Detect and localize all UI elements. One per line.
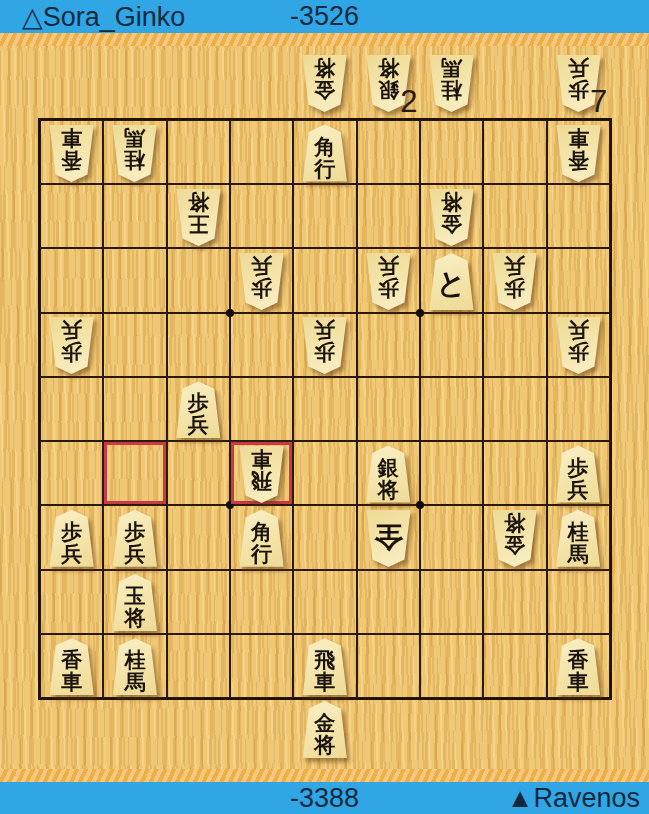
shogi-piece-歩兵[interactable]: 歩兵	[491, 253, 538, 310]
piece-kanji: 歩	[568, 79, 589, 101]
piece-kanji: 銀	[378, 79, 399, 101]
piece-kanji: 歩	[251, 277, 272, 299]
board-cell[interactable]	[547, 248, 610, 312]
board-cell[interactable]	[420, 120, 483, 184]
shogi-piece-角行[interactable]: 角行	[238, 510, 285, 567]
board-cell[interactable]	[230, 570, 293, 634]
shogi-piece-桂馬[interactable]: 桂馬	[111, 638, 158, 695]
board-cell[interactable]	[293, 184, 356, 248]
piece-kanji: 将	[314, 57, 335, 79]
board-cell[interactable]	[167, 634, 230, 698]
piece-kanji: 歩	[314, 341, 335, 363]
board-cell[interactable]	[230, 313, 293, 377]
piece-kanji: 車	[61, 671, 82, 693]
board-cell[interactable]	[40, 377, 103, 441]
piece-kanji: 銀	[378, 457, 399, 479]
gote-info-bar: △Sora_Ginko -3526	[0, 0, 649, 33]
board-cell[interactable]	[483, 634, 546, 698]
piece-kanji: 飛	[314, 649, 335, 671]
piece-kanji: 兵	[378, 255, 399, 277]
piece-kanji: 馬	[568, 543, 589, 565]
piece-kanji: 兵	[251, 255, 272, 277]
board-cell[interactable]	[293, 570, 356, 634]
board-cell[interactable]	[167, 441, 230, 505]
piece-kanji: 玉	[124, 585, 145, 607]
piece-kanji: 香	[568, 149, 589, 171]
shogi-piece-歩兵[interactable]: 歩兵	[48, 317, 95, 374]
piece-kanji: 香	[61, 149, 82, 171]
shogi-piece-桂馬[interactable]: 桂馬	[111, 125, 158, 182]
piece-kanji: 桂	[568, 521, 589, 543]
board-cell[interactable]	[357, 634, 420, 698]
shogi-piece-桂馬[interactable]: 桂馬	[555, 510, 602, 567]
star-point	[416, 501, 424, 509]
piece-kanji: 将	[504, 512, 525, 534]
piece-kanji: 金	[504, 534, 525, 556]
shogi-piece-金将[interactable]: 金将	[428, 189, 475, 246]
board-cell[interactable]	[293, 505, 356, 569]
piece-kanji: 歩	[504, 277, 525, 299]
piece-kanji: 車	[314, 671, 335, 693]
shogi-piece-香車[interactable]: 香車	[555, 638, 602, 695]
shogi-piece-角行[interactable]: 角行	[301, 125, 348, 182]
piece-kanji: 全	[374, 517, 403, 553]
piece-kanji: 桂	[124, 649, 145, 671]
piece-kanji: 将	[314, 734, 335, 756]
last-move-highlight	[104, 442, 165, 504]
piece-kanji: 将	[378, 57, 399, 79]
piece-kanji: 歩	[61, 341, 82, 363]
piece-kanji: 香	[61, 649, 82, 671]
piece-kanji: 金	[441, 213, 462, 235]
piece-kanji: 歩	[188, 392, 209, 414]
piece-kanji: 金	[314, 79, 335, 101]
piece-kanji: 王	[188, 213, 209, 235]
shogi-piece-金将[interactable]: 金将	[301, 55, 348, 112]
board-cell[interactable]	[293, 248, 356, 312]
star-point	[226, 309, 234, 317]
piece-kanji: 歩	[378, 277, 399, 299]
board-cell[interactable]	[230, 184, 293, 248]
piece-kanji: 歩	[124, 521, 145, 543]
shogi-piece-歩兵[interactable]: 歩兵	[555, 446, 602, 503]
board-cell[interactable]	[230, 377, 293, 441]
wood-trim-top	[0, 33, 649, 46]
board-cell[interactable]	[293, 441, 356, 505]
hand-piece-count: 2	[400, 84, 417, 120]
shogi-piece-歩兵[interactable]: 歩兵	[301, 317, 348, 374]
board-cell[interactable]	[103, 313, 166, 377]
piece-kanji: 兵	[568, 57, 589, 79]
piece-kanji: 兵	[568, 319, 589, 341]
piece-kanji: 歩	[568, 341, 589, 363]
piece-kanji: 将	[188, 191, 209, 213]
shogi-piece-金将[interactable]: 金将	[491, 510, 538, 567]
shogi-piece-飛車[interactable]: 飛車	[301, 638, 348, 695]
board-cell[interactable]	[167, 313, 230, 377]
board-cell[interactable]	[483, 313, 546, 377]
piece-kanji: 桂	[124, 149, 145, 171]
board-cell[interactable]	[167, 505, 230, 569]
piece-kanji: 兵	[124, 543, 145, 565]
board-cell[interactable]	[40, 184, 103, 248]
board-cell[interactable]	[547, 570, 610, 634]
piece-kanji: 金	[314, 712, 335, 734]
board-cell[interactable]	[167, 570, 230, 634]
piece-kanji: 車	[61, 127, 82, 149]
piece-kanji: 兵	[188, 414, 209, 436]
shogi-piece-歩兵[interactable]: 歩兵	[238, 253, 285, 310]
shogi-piece-香車[interactable]: 香車	[48, 638, 95, 695]
board-cell[interactable]	[357, 184, 420, 248]
piece-kanji: 行	[314, 158, 335, 180]
piece-kanji: 兵	[568, 479, 589, 501]
board-cell[interactable]	[420, 505, 483, 569]
piece-kanji: 行	[251, 543, 272, 565]
board-cell[interactable]	[420, 634, 483, 698]
shogi-piece-銀将[interactable]: 銀将	[365, 446, 412, 503]
piece-kanji: 将	[124, 607, 145, 629]
board-cell[interactable]	[420, 313, 483, 377]
board-cell[interactable]	[483, 441, 546, 505]
board-cell[interactable]	[547, 377, 610, 441]
board-cell[interactable]	[483, 377, 546, 441]
piece-kanji: 角	[251, 521, 272, 543]
piece-kanji: 車	[568, 127, 589, 149]
piece-kanji: 兵	[61, 543, 82, 565]
piece-kanji: 飛	[251, 470, 272, 492]
board-cell[interactable]	[357, 313, 420, 377]
board-cell[interactable]	[167, 248, 230, 312]
board-cell[interactable]	[40, 248, 103, 312]
board-cell[interactable]	[420, 441, 483, 505]
board-cell[interactable]	[167, 120, 230, 184]
piece-kanji: 角	[314, 136, 335, 158]
board-cell[interactable]	[547, 184, 610, 248]
board-cell[interactable]	[357, 120, 420, 184]
shogi-piece-桂馬[interactable]: 桂馬	[428, 55, 475, 112]
board-cell[interactable]	[483, 570, 546, 634]
piece-kanji: 兵	[314, 319, 335, 341]
shogi-piece-歩兵[interactable]: 歩兵	[175, 381, 222, 438]
piece-kanji: 車	[568, 671, 589, 693]
piece-kanji: 歩	[61, 521, 82, 543]
shogi-piece-玉将[interactable]: 玉将	[111, 574, 158, 631]
shogi-stage: 香車桂馬角行香車王将金将歩兵歩兵と歩兵歩兵歩兵歩兵歩兵飛車銀将歩兵歩兵歩兵角行全…	[0, 33, 649, 782]
board-cell[interactable]	[357, 377, 420, 441]
shogi-piece-歩兵[interactable]: 歩兵	[48, 510, 95, 567]
board-cell[interactable]	[420, 570, 483, 634]
piece-kanji: 将	[441, 191, 462, 213]
shogi-piece-香車[interactable]: 香車	[48, 125, 95, 182]
board-cell[interactable]	[483, 120, 546, 184]
sente-eval-score: -3388	[290, 783, 359, 814]
wood-trim-bottom	[0, 769, 649, 782]
board-cell[interactable]	[230, 120, 293, 184]
gote-player-name: △Sora_Ginko	[22, 1, 185, 33]
piece-kanji: 将	[378, 479, 399, 501]
piece-kanji: 香	[568, 649, 589, 671]
piece-kanji: 馬	[441, 57, 462, 79]
hand-piece-count: 7	[590, 84, 607, 120]
shogi-piece-飛車[interactable]: 飛車	[238, 446, 285, 503]
gote-eval-score: -3526	[290, 1, 359, 32]
piece-kanji: 馬	[124, 127, 145, 149]
shogi-piece-金将[interactable]: 金将	[301, 701, 348, 758]
piece-kanji: 兵	[61, 319, 82, 341]
board-cell[interactable]	[103, 184, 166, 248]
piece-kanji: 兵	[504, 255, 525, 277]
shogi-piece-香車[interactable]: 香車	[555, 125, 602, 182]
board-cell[interactable]	[483, 184, 546, 248]
sente-info-bar: -3388 ▲Ravenos	[0, 782, 649, 814]
shogi-piece-歩兵[interactable]: 歩兵	[111, 510, 158, 567]
piece-kanji: 車	[251, 448, 272, 470]
board-cell[interactable]	[357, 570, 420, 634]
sente-player-name: ▲Ravenos	[507, 783, 640, 814]
piece-kanji: と	[437, 267, 467, 303]
shogi-piece-歩兵[interactable]: 歩兵	[555, 317, 602, 374]
board-cell[interactable]	[293, 377, 356, 441]
board-cell[interactable]	[230, 634, 293, 698]
shogi-piece-王将[interactable]: 王将	[175, 189, 222, 246]
shogi-piece-全[interactable]: 全	[365, 510, 412, 567]
piece-kanji: 馬	[124, 671, 145, 693]
board-cell[interactable]	[40, 570, 103, 634]
piece-kanji: 歩	[568, 457, 589, 479]
board-cell[interactable]	[103, 377, 166, 441]
shogi-piece-歩兵[interactable]: 歩兵	[365, 253, 412, 310]
star-point	[416, 309, 424, 317]
board-cell[interactable]	[40, 441, 103, 505]
piece-kanji: 桂	[441, 79, 462, 101]
board-cell[interactable]	[103, 248, 166, 312]
board-cell[interactable]	[420, 377, 483, 441]
shogi-piece-と[interactable]: と	[428, 253, 475, 310]
